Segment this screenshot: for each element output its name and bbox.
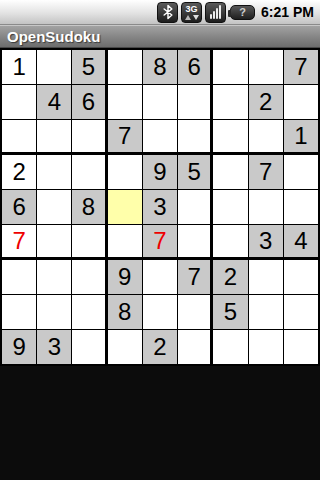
cell-r3c9[interactable]: 1	[284, 120, 318, 154]
battery-unknown-icon: ?	[230, 5, 255, 20]
cell-r2c9[interactable]	[284, 85, 318, 119]
cell-r6c8[interactable]: 3	[249, 225, 283, 259]
cell-r5c8[interactable]	[249, 190, 283, 224]
cell-r9c3[interactable]	[72, 330, 106, 364]
cell-r3c5[interactable]	[143, 120, 177, 154]
cell-r2c6[interactable]	[178, 85, 212, 119]
cell-r2c8[interactable]: 2	[249, 85, 283, 119]
cell-r6c7[interactable]	[213, 225, 247, 259]
cell-r9c1[interactable]: 9	[2, 330, 36, 364]
cell-r1c6[interactable]: 6	[178, 50, 212, 84]
cell-r6c9[interactable]: 4	[284, 225, 318, 259]
status-bar: 3G ? 6:21 PM	[0, 0, 320, 25]
cell-r7c1[interactable]	[2, 260, 36, 294]
cell-r5c9[interactable]	[284, 190, 318, 224]
cell-r4c9[interactable]	[284, 155, 318, 189]
cell-r3c8[interactable]	[249, 120, 283, 154]
cell-r8c9[interactable]	[284, 295, 318, 329]
cell-r4c5[interactable]: 9	[143, 155, 177, 189]
cell-r3c7[interactable]	[213, 120, 247, 154]
cell-r6c4[interactable]	[108, 225, 142, 259]
cell-r9c8[interactable]	[249, 330, 283, 364]
cell-r8c7[interactable]: 5	[213, 295, 247, 329]
cell-r3c3[interactable]	[72, 120, 106, 154]
cell-r5c3[interactable]: 8	[72, 190, 106, 224]
cell-r7c2[interactable]	[37, 260, 71, 294]
cell-r4c2[interactable]	[37, 155, 71, 189]
battery-unknown-label: ?	[239, 6, 246, 18]
cell-r3c2[interactable]	[37, 120, 71, 154]
app-background	[0, 366, 320, 480]
cell-r5c4[interactable]	[108, 190, 142, 224]
cell-r4c8[interactable]: 7	[249, 155, 283, 189]
cell-r5c2[interactable]	[37, 190, 71, 224]
cell-r7c5[interactable]	[143, 260, 177, 294]
cell-r2c3[interactable]: 6	[72, 85, 106, 119]
cell-r8c5[interactable]	[143, 295, 177, 329]
cell-r6c1[interactable]: 7	[2, 225, 36, 259]
screen: 3G ? 6:21 PM OpenSudoku 1586746271295768…	[0, 0, 320, 480]
cell-r5c1[interactable]: 6	[2, 190, 36, 224]
cell-r1c4[interactable]	[108, 50, 142, 84]
cell-r1c3[interactable]: 5	[72, 50, 106, 84]
cell-r1c8[interactable]	[249, 50, 283, 84]
cell-r4c3[interactable]	[72, 155, 106, 189]
bluetooth-icon	[157, 2, 178, 23]
cell-r5c6[interactable]	[178, 190, 212, 224]
cell-r8c8[interactable]	[249, 295, 283, 329]
cell-r9c9[interactable]	[284, 330, 318, 364]
cell-r2c1[interactable]	[2, 85, 36, 119]
cell-r6c5[interactable]: 7	[143, 225, 177, 259]
cell-r6c2[interactable]	[37, 225, 71, 259]
cell-r4c6[interactable]: 5	[178, 155, 212, 189]
cell-r7c4[interactable]: 9	[108, 260, 142, 294]
cell-r8c6[interactable]	[178, 295, 212, 329]
data-arrows-icon	[185, 15, 199, 20]
cell-r1c7[interactable]	[213, 50, 247, 84]
cell-r9c6[interactable]	[178, 330, 212, 364]
cell-r7c8[interactable]	[249, 260, 283, 294]
cell-r5c5[interactable]: 3	[143, 190, 177, 224]
cell-r6c6[interactable]	[178, 225, 212, 259]
cell-r2c5[interactable]	[143, 85, 177, 119]
cell-r7c3[interactable]	[72, 260, 106, 294]
cell-r3c4[interactable]: 7	[108, 120, 142, 154]
cell-r9c4[interactable]	[108, 330, 142, 364]
cell-r4c4[interactable]	[108, 155, 142, 189]
cell-r8c3[interactable]	[72, 295, 106, 329]
title-bar: OpenSudoku	[0, 25, 320, 48]
data-3g-label: 3G	[186, 5, 198, 14]
signal-strength-icon	[205, 2, 226, 23]
cell-r3c6[interactable]	[178, 120, 212, 154]
sudoku-board: 15867462712957683773497285932	[0, 48, 320, 366]
status-clock: 6:21 PM	[261, 4, 314, 20]
data-3g-icon: 3G	[181, 2, 202, 23]
cell-r5c7[interactable]	[213, 190, 247, 224]
cell-r6c3[interactable]	[72, 225, 106, 259]
cell-r9c2[interactable]: 3	[37, 330, 71, 364]
cell-r1c9[interactable]: 7	[284, 50, 318, 84]
cell-r9c7[interactable]	[213, 330, 247, 364]
cell-r7c6[interactable]: 7	[178, 260, 212, 294]
cell-r2c7[interactable]	[213, 85, 247, 119]
cell-r1c1[interactable]: 1	[2, 50, 36, 84]
cell-r8c4[interactable]: 8	[108, 295, 142, 329]
cell-r7c7[interactable]: 2	[213, 260, 247, 294]
cell-r8c1[interactable]	[2, 295, 36, 329]
cell-r7c9[interactable]	[284, 260, 318, 294]
cell-r1c2[interactable]	[37, 50, 71, 84]
app-title: OpenSudoku	[0, 28, 100, 45]
cell-r4c7[interactable]	[213, 155, 247, 189]
cell-r2c2[interactable]: 4	[37, 85, 71, 119]
cell-r2c4[interactable]	[108, 85, 142, 119]
cell-r4c1[interactable]: 2	[2, 155, 36, 189]
battery-nub	[228, 10, 231, 17]
cell-r3c1[interactable]	[2, 120, 36, 154]
cell-r8c2[interactable]	[37, 295, 71, 329]
cell-r1c5[interactable]: 8	[143, 50, 177, 84]
cell-r9c5[interactable]: 2	[143, 330, 177, 364]
